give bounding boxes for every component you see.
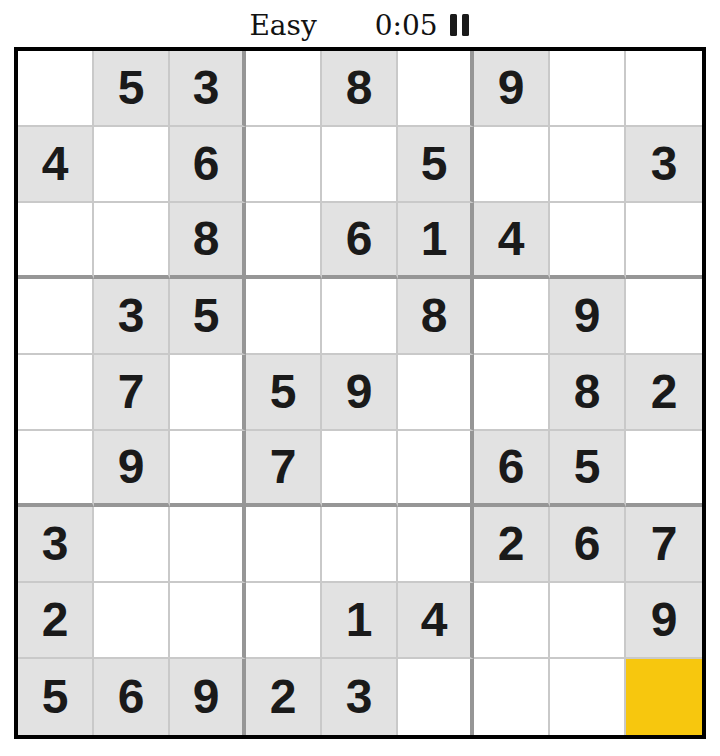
- cell-digit: 2: [498, 520, 525, 568]
- cell-r9c5[interactable]: 3: [322, 659, 398, 735]
- cell-r2c4[interactable]: [246, 127, 322, 203]
- cell-r9c9[interactable]: [626, 659, 702, 735]
- cell-r3c7[interactable]: 4: [474, 203, 550, 279]
- pause-button[interactable]: [448, 12, 471, 38]
- cell-digit: 9: [346, 368, 373, 416]
- cell-digit: 4: [421, 596, 448, 644]
- cell-r2c6[interactable]: 5: [398, 127, 474, 203]
- cell-digit: 3: [42, 520, 69, 568]
- cell-r4c9[interactable]: [626, 279, 702, 355]
- cell-r6c3[interactable]: [170, 431, 246, 507]
- cell-r7c2[interactable]: [94, 507, 170, 583]
- cell-r2c2[interactable]: [94, 127, 170, 203]
- cell-r5c8[interactable]: 8: [550, 355, 626, 431]
- cell-r9c4[interactable]: 2: [246, 659, 322, 735]
- cell-digit: 2: [651, 368, 678, 416]
- cell-r7c5[interactable]: [322, 507, 398, 583]
- cell-r1c5[interactable]: 8: [322, 51, 398, 127]
- cell-digit: 5: [118, 64, 145, 112]
- cell-r7c7[interactable]: 2: [474, 507, 550, 583]
- cell-r5c6[interactable]: [398, 355, 474, 431]
- cell-r2c8[interactable]: [550, 127, 626, 203]
- cell-r8c4[interactable]: [246, 583, 322, 659]
- cell-r1c1[interactable]: [18, 51, 94, 127]
- cell-r3c2[interactable]: [94, 203, 170, 279]
- cell-r1c6[interactable]: [398, 51, 474, 127]
- cell-r3c8[interactable]: [550, 203, 626, 279]
- cell-r7c6[interactable]: [398, 507, 474, 583]
- cell-r6c6[interactable]: [398, 431, 474, 507]
- cell-digit: 8: [346, 64, 373, 112]
- cell-digit: 7: [651, 520, 678, 568]
- cell-digit: 5: [421, 140, 448, 188]
- cell-r3c9[interactable]: [626, 203, 702, 279]
- cell-r7c9[interactable]: 7: [626, 507, 702, 583]
- cell-digit: 6: [193, 140, 220, 188]
- cell-digit: 9: [651, 596, 678, 644]
- timer: 0:05: [375, 9, 438, 42]
- cell-r9c8[interactable]: [550, 659, 626, 735]
- cell-r7c1[interactable]: 3: [18, 507, 94, 583]
- cell-r4c7[interactable]: [474, 279, 550, 355]
- cell-r4c4[interactable]: [246, 279, 322, 355]
- cell-r8c2[interactable]: [94, 583, 170, 659]
- cell-r5c4[interactable]: 5: [246, 355, 322, 431]
- cell-r2c5[interactable]: [322, 127, 398, 203]
- cell-r5c2[interactable]: 7: [94, 355, 170, 431]
- cell-r9c6[interactable]: [398, 659, 474, 735]
- cell-digit: 6: [498, 443, 525, 491]
- cell-digit: 8: [421, 292, 448, 340]
- cell-r3c6[interactable]: 1: [398, 203, 474, 279]
- cell-digit: 9: [118, 443, 145, 491]
- cell-r6c9[interactable]: [626, 431, 702, 507]
- cell-r1c4[interactable]: [246, 51, 322, 127]
- cell-r6c8[interactable]: 5: [550, 431, 626, 507]
- cell-r6c2[interactable]: 9: [94, 431, 170, 507]
- cell-r9c7[interactable]: [474, 659, 550, 735]
- cell-digit: 4: [498, 215, 525, 263]
- cell-digit: 6: [118, 673, 145, 721]
- cell-r8c1[interactable]: 2: [18, 583, 94, 659]
- cell-digit: 9: [574, 292, 601, 340]
- cell-r7c4[interactable]: [246, 507, 322, 583]
- cell-digit: 7: [118, 368, 145, 416]
- cell-r4c1[interactable]: [18, 279, 94, 355]
- cell-r6c5[interactable]: [322, 431, 398, 507]
- cell-r3c4[interactable]: [246, 203, 322, 279]
- cell-digit: 6: [346, 215, 373, 263]
- cell-digit: 8: [193, 215, 220, 263]
- cell-r5c9[interactable]: 2: [626, 355, 702, 431]
- cell-r1c2[interactable]: 5: [94, 51, 170, 127]
- cell-digit: 3: [118, 292, 145, 340]
- cell-r8c7[interactable]: [474, 583, 550, 659]
- sudoku-board: 53894653861435897598297653267214956923: [14, 47, 706, 739]
- cell-digit: 9: [498, 64, 525, 112]
- cell-digit: 6: [574, 520, 601, 568]
- cell-r3c5[interactable]: 6: [322, 203, 398, 279]
- cell-digit: 1: [346, 596, 373, 644]
- cell-digit: 5: [574, 443, 601, 491]
- cell-digit: 8: [574, 368, 601, 416]
- cell-r1c3[interactable]: 3: [170, 51, 246, 127]
- cell-r9c3[interactable]: 9: [170, 659, 246, 735]
- cell-r8c5[interactable]: 1: [322, 583, 398, 659]
- cell-r2c7[interactable]: [474, 127, 550, 203]
- cell-digit: 9: [193, 673, 220, 721]
- cell-r6c7[interactable]: 6: [474, 431, 550, 507]
- cell-r6c1[interactable]: [18, 431, 94, 507]
- cell-digit: 7: [270, 443, 297, 491]
- cell-r5c5[interactable]: 9: [322, 355, 398, 431]
- cell-r9c1[interactable]: 5: [18, 659, 94, 735]
- cell-r4c6[interactable]: 8: [398, 279, 474, 355]
- cell-r5c7[interactable]: [474, 355, 550, 431]
- cell-r7c3[interactable]: [170, 507, 246, 583]
- cell-r5c3[interactable]: [170, 355, 246, 431]
- cell-r4c8[interactable]: 9: [550, 279, 626, 355]
- difficulty-label: Easy: [249, 9, 316, 42]
- cell-r8c8[interactable]: [550, 583, 626, 659]
- cell-r2c9[interactable]: 3: [626, 127, 702, 203]
- cell-r8c9[interactable]: 9: [626, 583, 702, 659]
- cell-digit: 5: [270, 368, 297, 416]
- game-header: Easy 0:05: [0, 6, 720, 44]
- cell-r5c1[interactable]: [18, 355, 94, 431]
- cell-r6c4[interactable]: 7: [246, 431, 322, 507]
- cell-r1c7[interactable]: 9: [474, 51, 550, 127]
- cell-digit: 5: [193, 292, 220, 340]
- cell-r1c9[interactable]: [626, 51, 702, 127]
- timer-group: 0:05: [375, 9, 471, 42]
- cell-r4c2[interactable]: 3: [94, 279, 170, 355]
- cell-r3c3[interactable]: 8: [170, 203, 246, 279]
- cell-r1c8[interactable]: [550, 51, 626, 127]
- cell-digit: 2: [270, 673, 297, 721]
- cell-digit: 3: [193, 64, 220, 112]
- cell-r4c3[interactable]: 5: [170, 279, 246, 355]
- cell-digit: 3: [346, 673, 373, 721]
- cell-r3c1[interactable]: [18, 203, 94, 279]
- cell-r8c3[interactable]: [170, 583, 246, 659]
- cell-digit: 3: [651, 140, 678, 188]
- cell-r2c3[interactable]: 6: [170, 127, 246, 203]
- cell-r8c6[interactable]: 4: [398, 583, 474, 659]
- cell-r2c1[interactable]: 4: [18, 127, 94, 203]
- cell-r9c2[interactable]: 6: [94, 659, 170, 735]
- cell-r4c5[interactable]: [322, 279, 398, 355]
- cell-digit: 4: [42, 140, 69, 188]
- cell-digit: 1: [421, 215, 448, 263]
- pause-icon: [462, 14, 469, 36]
- cell-digit: 2: [42, 596, 69, 644]
- pause-icon: [450, 14, 457, 36]
- cell-r7c8[interactable]: 6: [550, 507, 626, 583]
- cell-digit: 5: [42, 673, 69, 721]
